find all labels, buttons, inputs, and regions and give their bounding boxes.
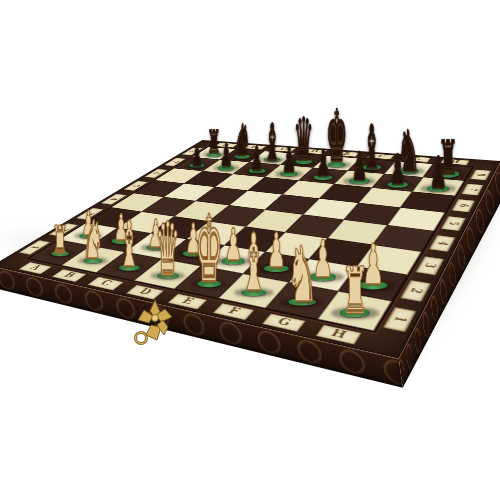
black-pawn-glyph: ♟ [390,149,406,191]
black-pawn-glyph: ♟ [316,146,331,183]
white-rook-glyph: ♜ [52,222,68,260]
chess-set-photo: AABBCCDDEEFFGGHH1122334455667788 ♜♞♝♛♚♝♞… [0,0,500,500]
black-pawn-glyph: ♟ [352,147,367,187]
white-pawn-glyph: ♟ [267,228,286,276]
white-king-glyph: ♚ [195,206,223,298]
white-bishop-glyph: ♝ [241,225,267,304]
black-pawn-glyph: ♟ [191,140,203,170]
white-pawn-glyph: ♟ [225,223,242,268]
white-bishop-glyph: ♝ [119,214,140,277]
black-pawn-glyph: ♟ [282,144,296,179]
black-knight-glyph: ♞ [233,120,251,164]
white-knight-glyph: ♞ [287,237,318,314]
black-pawn-glyph: ♟ [220,141,232,173]
brass-clasp-icon [131,297,175,349]
pieces-layer: ♜♞♝♛♚♝♞♜♟♟♟♟♟♟♟♟♟♟♟♟♟♟♟♟♜♞♝♛♚♝♞♜ [0,0,500,500]
black-pawn-glyph: ♟ [430,151,447,196]
white-rook-glyph: ♜ [341,258,369,323]
black-queen-glyph: ♛ [294,112,314,171]
white-queen-glyph: ♛ [155,212,180,287]
black-pawn-glyph: ♟ [250,143,263,176]
black-rook-glyph: ♜ [207,127,221,159]
white-knight-glyph: ♞ [83,216,104,269]
black-bishop-glyph: ♝ [264,116,281,167]
